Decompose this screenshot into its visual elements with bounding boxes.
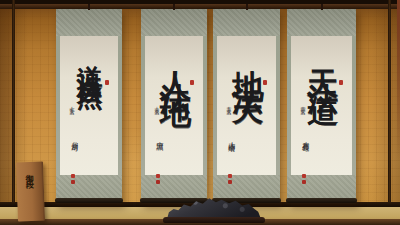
- artist-seal: [156, 174, 160, 178]
- scroll-mount-side: [203, 36, 207, 175]
- scroll-paper: 人法地 十六世名人 中原誠: [145, 36, 203, 175]
- stone-base: [163, 217, 265, 223]
- sign-text: 御上段: [23, 168, 34, 177]
- artist-seal: [228, 180, 232, 184]
- scroll-hook: [321, 4, 323, 10]
- scroll-paper: 地法天 十五世名人 大山康晴: [217, 36, 276, 175]
- scroll-mount-bottom: [56, 175, 122, 198]
- scroll-paper: 道法自然 十七世名人 谷川浩司: [60, 36, 118, 175]
- scroll-signature: 大山康晴: [227, 136, 237, 141]
- scroll-mount-top: [213, 9, 280, 36]
- left-wall-return: [0, 0, 12, 225]
- scroll-mount-top: [141, 9, 207, 36]
- scroll-mount-side: [352, 36, 356, 175]
- scroll-mount-top: [56, 9, 122, 36]
- scroll-roller: [55, 198, 124, 203]
- artist-seal: [71, 174, 75, 178]
- right-pillar: [388, 0, 391, 225]
- scroll-main-text: 地法天: [227, 45, 269, 84]
- suiseki-stone: [167, 195, 261, 219]
- artist-seal: [302, 180, 306, 184]
- scroll-main-text: 道法自然: [73, 45, 108, 69]
- scroll-paper: 天法道 十四世名人 木村義雄: [291, 36, 352, 175]
- scroll-main-text: 天法道: [302, 45, 344, 84]
- scroll-hook: [88, 4, 90, 10]
- scroll-inscription: 十七世名人: [69, 102, 75, 107]
- hanging-scroll-2: 人法地 十六世名人 中原誠: [141, 9, 207, 204]
- scroll-hook: [246, 4, 248, 10]
- artist-seal: [302, 174, 306, 178]
- artist-seal: [71, 180, 75, 184]
- scroll-signature: 谷川浩司: [70, 136, 80, 141]
- scroll-inscription: 十四世名人: [300, 102, 306, 107]
- hanging-scroll-1: 道法自然 十七世名人 谷川浩司: [56, 9, 122, 204]
- scroll-signature: 中原誠: [155, 136, 165, 140]
- hanging-scroll-3: 地法天 十五世名人 大山康晴: [213, 9, 280, 204]
- scroll-inscription: 十五世名人: [226, 102, 232, 107]
- suiseki-display: [163, 195, 265, 225]
- scroll-signature: 木村義雄: [301, 136, 311, 141]
- left-pillar: [12, 0, 15, 225]
- scroll-hook: [173, 4, 175, 10]
- scroll-roller: [286, 198, 358, 203]
- scroll-inscription: 十六世名人: [154, 102, 160, 107]
- scroll-mount-side: [118, 36, 122, 175]
- artist-seal: [228, 174, 232, 178]
- scroll-main-text: 人法地: [155, 45, 197, 84]
- relief-seal: [105, 80, 109, 85]
- scroll-mount-side: [276, 36, 280, 175]
- scroll-mount-top: [287, 9, 356, 36]
- artist-seal: [156, 180, 160, 184]
- hanging-scroll-4: 天法道 十四世名人 木村義雄: [287, 9, 356, 204]
- photo-scene: 道法自然 十七世名人 谷川浩司 人法地 十六世名人 中原誠: [0, 0, 400, 225]
- scroll-mount-bottom: [287, 175, 356, 198]
- wood-sign: 御上段: [16, 162, 45, 222]
